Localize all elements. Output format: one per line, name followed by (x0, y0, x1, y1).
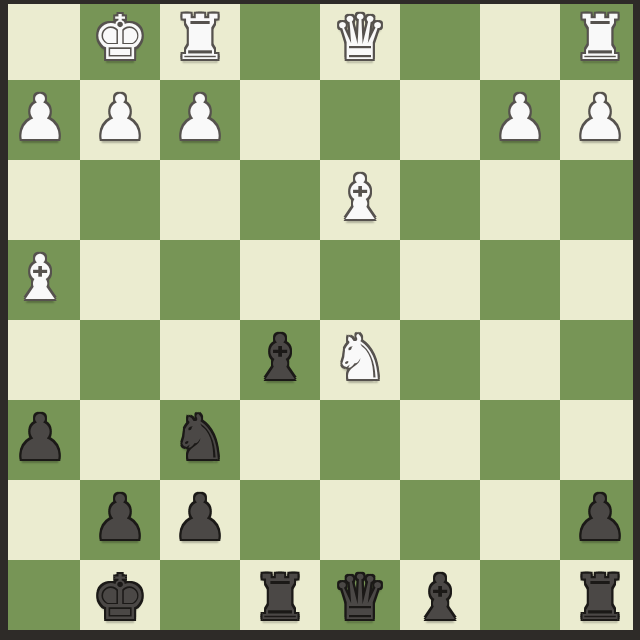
square-d7[interactable] (320, 480, 400, 560)
black-bishop-e5[interactable]: ♝ (252, 318, 308, 398)
square-b1[interactable] (480, 0, 560, 80)
square-f7[interactable]: ♟ (160, 480, 240, 560)
square-h4[interactable]: ♝ (0, 240, 80, 320)
square-d6[interactable] (320, 400, 400, 480)
square-c8[interactable]: ♝ (400, 560, 480, 640)
square-f8[interactable] (160, 560, 240, 640)
square-g4[interactable] (80, 240, 160, 320)
square-c5[interactable] (400, 320, 480, 400)
white-bishop-d3[interactable]: ♝ (332, 158, 388, 238)
square-d3[interactable]: ♝ (320, 160, 400, 240)
square-b3[interactable] (480, 160, 560, 240)
black-pawn-a7[interactable]: ♟ (572, 478, 628, 558)
square-c7[interactable] (400, 480, 480, 560)
black-rook-e8[interactable]: ♜ (252, 558, 308, 638)
black-bishop-c8[interactable]: ♝ (412, 558, 468, 638)
square-f6[interactable]: ♞ (160, 400, 240, 480)
square-b7[interactable] (480, 480, 560, 560)
white-pawn-g2[interactable]: ♟ (92, 78, 148, 158)
square-f1[interactable]: ♜ (160, 0, 240, 80)
black-pawn-h6[interactable]: ♟ (12, 398, 68, 478)
square-g5[interactable] (80, 320, 160, 400)
square-d4[interactable] (320, 240, 400, 320)
square-e8[interactable]: ♜ (240, 560, 320, 640)
square-g6[interactable] (80, 400, 160, 480)
square-a4[interactable] (560, 240, 640, 320)
square-b4[interactable] (480, 240, 560, 320)
board-grid: ♚♜♛♜♟♟♟♟♟♝♝♝♞♟♞♟♟♟♚♜♛♝♜ (0, 0, 640, 640)
square-e7[interactable] (240, 480, 320, 560)
square-h1[interactable] (0, 0, 80, 80)
white-pawn-h2[interactable]: ♟ (12, 78, 68, 158)
square-h3[interactable] (0, 160, 80, 240)
white-pawn-a2[interactable]: ♟ (572, 78, 628, 158)
square-c3[interactable] (400, 160, 480, 240)
square-h8[interactable] (0, 560, 80, 640)
square-f2[interactable]: ♟ (160, 80, 240, 160)
white-queen-d1[interactable]: ♛ (332, 0, 388, 78)
black-rook-a8[interactable]: ♜ (572, 558, 628, 638)
square-g1[interactable]: ♚ (80, 0, 160, 80)
white-pawn-f2[interactable]: ♟ (172, 78, 228, 158)
square-g8[interactable]: ♚ (80, 560, 160, 640)
square-g7[interactable]: ♟ (80, 480, 160, 560)
square-e1[interactable] (240, 0, 320, 80)
square-c2[interactable] (400, 80, 480, 160)
square-c4[interactable] (400, 240, 480, 320)
square-a5[interactable] (560, 320, 640, 400)
white-king-g1[interactable]: ♚ (92, 0, 148, 78)
black-king-g8[interactable]: ♚ (92, 558, 148, 638)
white-knight-d5[interactable]: ♞ (332, 318, 388, 398)
square-a2[interactable]: ♟ (560, 80, 640, 160)
white-pawn-b2[interactable]: ♟ (492, 78, 548, 158)
square-e6[interactable] (240, 400, 320, 480)
square-f3[interactable] (160, 160, 240, 240)
square-h2[interactable]: ♟ (0, 80, 80, 160)
white-bishop-h4[interactable]: ♝ (12, 238, 68, 318)
black-queen-d8[interactable]: ♛ (332, 558, 388, 638)
square-f5[interactable] (160, 320, 240, 400)
square-e3[interactable] (240, 160, 320, 240)
square-e2[interactable] (240, 80, 320, 160)
square-a7[interactable]: ♟ (560, 480, 640, 560)
square-c6[interactable] (400, 400, 480, 480)
square-g2[interactable]: ♟ (80, 80, 160, 160)
square-h6[interactable]: ♟ (0, 400, 80, 480)
square-e4[interactable] (240, 240, 320, 320)
white-rook-f1[interactable]: ♜ (172, 0, 228, 78)
square-a8[interactable]: ♜ (560, 560, 640, 640)
square-a1[interactable]: ♜ (560, 0, 640, 80)
square-b6[interactable] (480, 400, 560, 480)
square-d1[interactable]: ♛ (320, 0, 400, 80)
square-b8[interactable] (480, 560, 560, 640)
white-rook-a1[interactable]: ♜ (572, 0, 628, 78)
square-h5[interactable] (0, 320, 80, 400)
square-a6[interactable] (560, 400, 640, 480)
square-d8[interactable]: ♛ (320, 560, 400, 640)
square-d5[interactable]: ♞ (320, 320, 400, 400)
square-h7[interactable] (0, 480, 80, 560)
square-c1[interactable] (400, 0, 480, 80)
square-b2[interactable]: ♟ (480, 80, 560, 160)
square-e5[interactable]: ♝ (240, 320, 320, 400)
black-pawn-g7[interactable]: ♟ (92, 478, 148, 558)
square-d2[interactable] (320, 80, 400, 160)
square-a3[interactable] (560, 160, 640, 240)
black-pawn-f7[interactable]: ♟ (172, 478, 228, 558)
square-b5[interactable] (480, 320, 560, 400)
black-knight-f6[interactable]: ♞ (172, 398, 228, 478)
chess-board: ♚♜♛♜♟♟♟♟♟♝♝♝♞♟♞♟♟♟♚♜♛♝♜ (0, 0, 640, 640)
square-g3[interactable] (80, 160, 160, 240)
square-f4[interactable] (160, 240, 240, 320)
